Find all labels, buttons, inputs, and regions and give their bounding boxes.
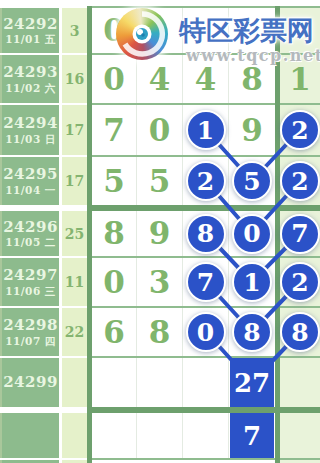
draw-digit: 8 [103, 218, 125, 249]
grid-cell-r3-c3: 5 [229, 157, 275, 205]
grid-cell-r2-c4: 2 [280, 105, 320, 155]
draw-digit: 3 [149, 267, 171, 298]
issue-label-24296: 2429611/05 二 [2, 211, 59, 256]
issue-number: 24297 [3, 267, 58, 284]
draw-digit: 7 [103, 115, 125, 146]
grid-cell-r1-c0: 0 [92, 55, 137, 103]
grid-cell-r1-c1: 4 [137, 55, 183, 103]
circled-number: 5 [232, 161, 272, 201]
issue-label-24294: 2429411/03 日 [2, 105, 59, 155]
grid-cell-r8-c0 [92, 413, 137, 458]
stat-cell: 17 [62, 105, 87, 155]
grid-cell-r6-c0: 6 [92, 308, 137, 356]
stat-cell: 3 [62, 8, 87, 53]
draw-digit: 1 [289, 64, 311, 95]
stat-cell: 16 [62, 55, 87, 103]
grid-cell-r2-c2: 1 [183, 105, 229, 155]
draw-digit: 0 [103, 64, 125, 95]
grid-cell-r8-c1 [137, 413, 183, 458]
issue-label-24299: 24299 [2, 358, 59, 407]
stat-cell [62, 358, 87, 407]
issue-label-24293: 2429311/02 六 [2, 55, 59, 103]
grid-cell-r4-c0: 8 [92, 211, 137, 256]
stat-cell: 22 [62, 308, 87, 356]
circled-number: 8 [186, 214, 226, 254]
draw-digit: 5 [149, 166, 171, 197]
circled-number: 1 [186, 110, 226, 150]
grid-cell-r6-c3: 8 [229, 308, 275, 356]
issue-number: 24294 [3, 115, 58, 132]
issue-label-empty [2, 413, 59, 458]
issue-label-24292: 2429211/01 五 [2, 8, 59, 53]
tqcp-logo-icon [116, 8, 168, 60]
issue-number: 24292 [3, 16, 58, 33]
circled-number: 2 [186, 161, 226, 201]
grid-cell-r7-c4 [280, 358, 320, 407]
draw-digit: 5 [103, 166, 125, 197]
grid-cell-r6-c1: 8 [137, 308, 183, 356]
stat-cell [62, 413, 87, 458]
circled-number: 2 [280, 110, 320, 150]
stat-cell: 17 [62, 157, 87, 205]
grid-cell-r8-c4 [280, 413, 320, 458]
draw-digit: 9 [241, 115, 263, 146]
issue-label-24297: 2429711/06 三 [2, 258, 59, 306]
circled-number: 1 [232, 262, 272, 302]
draw-digit: 9 [149, 218, 171, 249]
grid-cell-r7-c3: 27 [229, 358, 275, 407]
circled-number: 2 [280, 262, 320, 302]
grid-cell-r4-c4: 7 [280, 211, 320, 256]
circled-number: 2 [280, 161, 320, 201]
draw-digit: 0 [149, 115, 171, 146]
issue-number: 24293 [3, 64, 58, 81]
grid-cell-r5-c3: 1 [229, 258, 275, 306]
issue-label-24298: 2429811/07 四 [2, 308, 59, 356]
draw-date: 11/02 六 [5, 82, 56, 94]
issue-number: 24295 [3, 166, 58, 183]
grid-cell-r5-c2: 7 [183, 258, 229, 306]
grid-cell-r2-c1: 0 [137, 105, 183, 155]
grid-cell-r7-c0 [92, 358, 137, 407]
grid-cell-r8-c2 [183, 413, 229, 458]
draw-digit: 4 [195, 64, 217, 95]
draw-date: 11/05 二 [5, 236, 56, 248]
draw-date: 11/06 三 [5, 285, 56, 297]
draw-digit: 6 [103, 317, 125, 348]
grid-cell-r3-c0: 5 [92, 157, 137, 205]
draw-date: 11/04 一 [5, 184, 56, 196]
draw-date: 11/07 四 [5, 335, 56, 347]
draw-digit: 8 [149, 317, 171, 348]
draw-digit: 0 [103, 267, 125, 298]
circled-number: 7 [280, 214, 320, 254]
grid-cell-r3-c2: 2 [183, 157, 229, 205]
grid-cell-r7-c2 [183, 358, 229, 407]
grid-cell-r5-c1: 3 [137, 258, 183, 306]
sum-box: 7 [230, 413, 274, 458]
column-separator-left [87, 6, 92, 463]
issue-number: 24298 [3, 317, 58, 334]
watermark-site-name: 特区彩票网 [179, 13, 314, 49]
circled-number: 0 [232, 214, 272, 254]
grid-cell-r4-c2: 8 [183, 211, 229, 256]
grid-cell-r6-c2: 0 [183, 308, 229, 356]
grid-cell-r8-c3: 7 [229, 413, 275, 458]
draw-date: 11/03 日 [5, 133, 56, 145]
grid-cell-r5-c0: 0 [92, 258, 137, 306]
grid-cell-r3-c4: 2 [280, 157, 320, 205]
issue-number: 24299 [3, 374, 58, 391]
grid-cell-r2-c3: 9 [229, 105, 275, 155]
draw-digit: 4 [149, 64, 171, 95]
grid-cell-r3-c1: 5 [137, 157, 183, 205]
sum-box: 27 [230, 358, 274, 407]
grid-cell-r2-c0: 7 [92, 105, 137, 155]
grid-cell-r4-c1: 9 [137, 211, 183, 256]
lottery-trend-chart: 2429211/01 五302429311/02 六16044812429411… [0, 0, 320, 463]
chart-grid: 2429211/01 五302429311/02 六16044812429411… [0, 0, 320, 463]
grid-cell-r6-c4: 8 [280, 308, 320, 356]
grid-cell-r5-c4: 2 [280, 258, 320, 306]
draw-digit: 8 [241, 64, 263, 95]
circled-number: 0 [186, 312, 226, 352]
circled-number: 8 [280, 312, 320, 352]
grid-cell-r7-c1 [137, 358, 183, 407]
grid-cell-r4-c3: 0 [229, 211, 275, 256]
circled-number: 8 [232, 312, 272, 352]
draw-date: 11/01 五 [5, 33, 56, 45]
circled-number: 7 [186, 262, 226, 302]
issue-number: 24296 [3, 219, 58, 236]
watermark-url: www.tqcp.net [186, 46, 320, 65]
issue-label-24295: 2429511/04 一 [2, 157, 59, 205]
stat-cell: 25 [62, 211, 87, 256]
stat-cell: 11 [62, 258, 87, 306]
